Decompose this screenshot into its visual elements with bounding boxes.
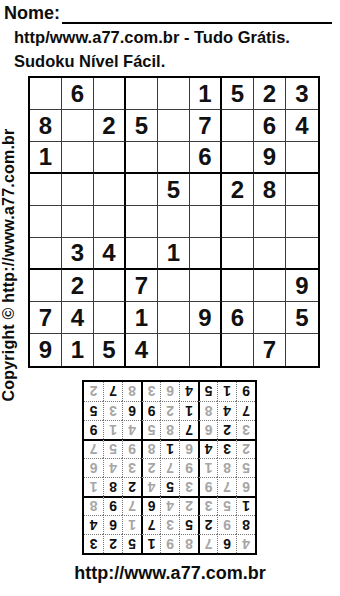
- sudoku-cell-r1c1: 4: [236, 534, 255, 553]
- sudoku-cell-r8c8: [254, 302, 286, 334]
- sudoku-cell-r2c4: 5: [126, 110, 158, 142]
- sudoku-cell-r7c3: 6: [198, 420, 217, 439]
- sudoku-cell-r2c9: 4: [84, 515, 103, 534]
- sudoku-cell-r1c2: 6: [62, 78, 94, 110]
- sudoku-cell-r4c5: 5: [158, 174, 190, 206]
- sudoku-cell-r9c8: 7: [103, 382, 122, 401]
- sudoku-cell-r9c8: 7: [254, 334, 286, 366]
- sudoku-cell-r1c8: 2: [254, 78, 286, 110]
- sudoku-cell-r7c1: 3: [236, 420, 255, 439]
- sudoku-cell-r4c2: [62, 174, 94, 206]
- sudoku-cell-r5c2: [62, 206, 94, 238]
- sudoku-cell-r5c7: 3: [122, 458, 141, 477]
- sudoku-cell-r6c5: 1: [158, 238, 190, 270]
- sudoku-cell-r7c7: [222, 270, 254, 302]
- sudoku-cell-r8c1: 7: [236, 401, 255, 420]
- sudoku-cell-r1c9: 3: [286, 78, 318, 110]
- sudoku-cell-r7c8: 1: [103, 420, 122, 439]
- sudoku-cell-r6c3: 4: [94, 238, 126, 270]
- sudoku-cell-r7c9: 9: [84, 420, 103, 439]
- sudoku-cell-r7c1: [30, 270, 62, 302]
- sudoku-cell-r2c4: 5: [179, 515, 198, 534]
- sudoku-cell-r2c6: 7: [141, 515, 160, 534]
- sudoku-cell-r3c2: [62, 142, 94, 174]
- sudoku-cell-r5c7: [222, 206, 254, 238]
- sudoku-cell-r6c6: [190, 238, 222, 270]
- sudoku-cell-r8c2: 4: [217, 401, 236, 420]
- sudoku-cell-r8c7: 6: [122, 401, 141, 420]
- sudoku-cell-r3c4: 2: [179, 496, 198, 515]
- sudoku-cell-r6c1: 2: [236, 439, 255, 458]
- sudoku-cell-r5c3: [94, 206, 126, 238]
- sudoku-cell-r6c3: 4: [198, 439, 217, 458]
- sudoku-cell-r1c3: [94, 78, 126, 110]
- sudoku-cell-r1c7: 5: [222, 78, 254, 110]
- sudoku-cell-r9c4: 4: [179, 382, 198, 401]
- sudoku-cell-r3c9: 8: [84, 496, 103, 515]
- sudoku-cell-r5c1: [30, 206, 62, 238]
- sudoku-cell-r7c9: 9: [286, 270, 318, 302]
- sudoku-cell-r9c6: [190, 334, 222, 366]
- sudoku-cell-r3c3: 3: [198, 496, 217, 515]
- sudoku-cell-r5c2: 8: [217, 458, 236, 477]
- sudoku-cell-r6c2: 3: [217, 439, 236, 458]
- sudoku-cell-r4c2: 7: [217, 477, 236, 496]
- sudoku-cell-r8c1: 7: [30, 302, 62, 334]
- sudoku-cell-r5c6: [190, 206, 222, 238]
- sudoku-cell-r3c1: 1: [30, 142, 62, 174]
- sudoku-cell-r9c3: 5: [198, 382, 217, 401]
- sudoku-cell-r1c6: 1: [190, 78, 222, 110]
- sudoku-cell-r3c2: 5: [217, 496, 236, 515]
- sudoku-cell-r6c4: 6: [179, 439, 198, 458]
- sudoku-cell-r2c3: 2: [198, 515, 217, 534]
- sudoku-cell-r7c5: 8: [160, 420, 179, 439]
- sudoku-cell-r5c8: [254, 206, 286, 238]
- sudoku-cell-r4c1: 6: [236, 477, 255, 496]
- sudoku-cell-r7c2: 2: [217, 420, 236, 439]
- sudoku-cell-r7c8: [254, 270, 286, 302]
- sudoku-cell-r1c2: 6: [217, 534, 236, 553]
- sudoku-cell-r6c4: [126, 238, 158, 270]
- sudoku-cell-r1c4: [126, 78, 158, 110]
- sudoku-cell-r5c1: 5: [236, 458, 255, 477]
- sudoku-cell-r5c5: [158, 206, 190, 238]
- sudoku-cell-r1c3: 7: [198, 534, 217, 553]
- sudoku-cell-r5c3: 1: [198, 458, 217, 477]
- sudoku-cell-r9c5: 6: [160, 382, 179, 401]
- sudoku-cell-r7c2: 2: [62, 270, 94, 302]
- sudoku-cell-r6c2: 3: [62, 238, 94, 270]
- sudoku-cell-r1c4: 8: [179, 534, 198, 553]
- sudoku-cell-r6c7: 9: [122, 439, 141, 458]
- sudoku-cell-r4c3: [94, 174, 126, 206]
- copyright-vertical-text: Copyright © http://www.a77.com.br: [0, 129, 18, 402]
- sudoku-cell-r4c1: [30, 174, 62, 206]
- sudoku-cell-r1c5: 9: [160, 534, 179, 553]
- sudoku-cell-r6c8: [254, 238, 286, 270]
- sudoku-cell-r2c9: 4: [286, 110, 318, 142]
- sudoku-cell-r5c6: 2: [141, 458, 160, 477]
- sudoku-cell-r8c9: 5: [84, 401, 103, 420]
- sudoku-puzzle-grid: 6152382576416952834127974196591547: [28, 76, 320, 368]
- sudoku-cell-r3c7: 7: [122, 496, 141, 515]
- sudoku-answer-grid-rotated: 4678915238925371641532467986793542815819…: [82, 380, 257, 555]
- sudoku-cell-r9c7: [222, 334, 254, 366]
- sudoku-cell-r2c8: 6: [103, 515, 122, 534]
- sudoku-cell-r9c9: 2: [84, 382, 103, 401]
- sudoku-cell-r4c6: [190, 174, 222, 206]
- sudoku-cell-r4c9: [286, 174, 318, 206]
- sudoku-cell-r3c8: 9: [103, 496, 122, 515]
- sudoku-cell-r6c8: 5: [103, 439, 122, 458]
- sudoku-cell-r9c4: 4: [126, 334, 158, 366]
- sudoku-cell-r7c7: 4: [122, 420, 141, 439]
- sudoku-cell-r3c3: [94, 142, 126, 174]
- sudoku-cell-r9c7: 8: [122, 382, 141, 401]
- sudoku-cell-r6c5: 1: [160, 439, 179, 458]
- sudoku-cell-r2c7: 1: [122, 515, 141, 534]
- sudoku-cell-r2c2: [62, 110, 94, 142]
- sudoku-cell-r3c6: 6: [190, 142, 222, 174]
- sudoku-cell-r8c8: 3: [103, 401, 122, 420]
- sudoku-cell-r4c6: 4: [141, 477, 160, 496]
- sudoku-cell-r3c8: 9: [254, 142, 286, 174]
- name-label: Nome:: [4, 3, 60, 24]
- sudoku-cell-r8c3: 8: [198, 401, 217, 420]
- difficulty-label: Sudoku Nível Fácil.: [14, 52, 165, 71]
- sudoku-cell-r8c3: [94, 302, 126, 334]
- sudoku-cell-r4c8: 8: [254, 174, 286, 206]
- sudoku-cell-r1c9: 3: [84, 534, 103, 553]
- sudoku-cell-r9c3: 5: [94, 334, 126, 366]
- sudoku-cell-r7c4: 7: [179, 420, 198, 439]
- sudoku-cell-r9c6: 3: [141, 382, 160, 401]
- sudoku-cell-r1c5: [158, 78, 190, 110]
- sudoku-cell-r8c5: 2: [160, 401, 179, 420]
- sudoku-cell-r7c6: 5: [141, 420, 160, 439]
- sudoku-cell-r3c4: [126, 142, 158, 174]
- sudoku-cell-r4c7: 2: [222, 174, 254, 206]
- sudoku-cell-r5c9: [286, 206, 318, 238]
- sudoku-cell-r9c2: 1: [62, 334, 94, 366]
- sudoku-cell-r7c3: [94, 270, 126, 302]
- sudoku-cell-r9c9: [286, 334, 318, 366]
- sudoku-cell-r4c7: 2: [122, 477, 141, 496]
- sudoku-cell-r1c6: 1: [141, 534, 160, 553]
- sudoku-cell-r7c5: [158, 270, 190, 302]
- sudoku-cell-r3c5: [158, 142, 190, 174]
- sudoku-cell-r2c5: [158, 110, 190, 142]
- sudoku-cell-r3c6: 6: [141, 496, 160, 515]
- sudoku-cell-r2c6: 7: [190, 110, 222, 142]
- sudoku-cell-r2c2: 9: [217, 515, 236, 534]
- sudoku-cell-r2c3: 2: [94, 110, 126, 142]
- sudoku-cell-r4c4: 3: [179, 477, 198, 496]
- sudoku-cell-r8c5: [158, 302, 190, 334]
- sudoku-cell-r3c1: 1: [236, 496, 255, 515]
- sudoku-cell-r6c7: [222, 238, 254, 270]
- sudoku-cell-r7c4: 7: [126, 270, 158, 302]
- sudoku-cell-r8c6: 9: [190, 302, 222, 334]
- sudoku-cell-r5c4: 9: [179, 458, 198, 477]
- name-row: Nome:: [4, 3, 332, 24]
- sudoku-cell-r4c5: 5: [160, 477, 179, 496]
- sudoku-cell-r6c9: 7: [84, 439, 103, 458]
- sudoku-cell-r2c1: 8: [30, 110, 62, 142]
- sudoku-cell-r5c9: 6: [84, 458, 103, 477]
- sudoku-cell-r8c9: 5: [286, 302, 318, 334]
- sudoku-cell-r4c4: [126, 174, 158, 206]
- printable-sudoku-page: Nome: http/www.a77.com.br - Tudo Grátis.…: [0, 0, 340, 596]
- sudoku-cell-r6c9: [286, 238, 318, 270]
- sudoku-cell-r5c4: [126, 206, 158, 238]
- sudoku-cell-r1c7: 5: [122, 534, 141, 553]
- sudoku-cell-r4c9: 1: [84, 477, 103, 496]
- sudoku-cell-r9c2: 1: [217, 382, 236, 401]
- sudoku-cell-r8c2: 4: [62, 302, 94, 334]
- name-underline: [62, 5, 332, 24]
- sudoku-cell-r5c5: 7: [160, 458, 179, 477]
- sudoku-cell-r2c8: 6: [254, 110, 286, 142]
- sudoku-cell-r4c8: 8: [103, 477, 122, 496]
- sudoku-cell-r9c1: 9: [236, 382, 255, 401]
- sudoku-cell-r3c7: [222, 142, 254, 174]
- sudoku-cell-r5c8: 4: [103, 458, 122, 477]
- sudoku-cell-r3c9: [286, 142, 318, 174]
- sudoku-cell-r8c4: 1: [179, 401, 198, 420]
- sudoku-cell-r8c4: 1: [126, 302, 158, 334]
- footer-url: http://www.a77.com.br: [0, 563, 340, 584]
- sudoku-cell-r4c3: 9: [198, 477, 217, 496]
- sudoku-cell-r8c6: 9: [141, 401, 160, 420]
- site-title: http/www.a77.com.br - Tudo Grátis.: [14, 28, 290, 47]
- sudoku-cell-r6c1: [30, 238, 62, 270]
- sudoku-cell-r2c5: 3: [160, 515, 179, 534]
- sudoku-cell-r9c5: [158, 334, 190, 366]
- sudoku-cell-r8c7: 6: [222, 302, 254, 334]
- sudoku-cell-r7c6: [190, 270, 222, 302]
- sudoku-cell-r3c5: 4: [160, 496, 179, 515]
- sudoku-cell-r9c1: 9: [30, 334, 62, 366]
- sudoku-cell-r2c7: [222, 110, 254, 142]
- sudoku-cell-r2c1: 8: [236, 515, 255, 534]
- sudoku-cell-r1c8: 2: [103, 534, 122, 553]
- sudoku-cell-r6c6: 8: [141, 439, 160, 458]
- sudoku-cell-r1c1: [30, 78, 62, 110]
